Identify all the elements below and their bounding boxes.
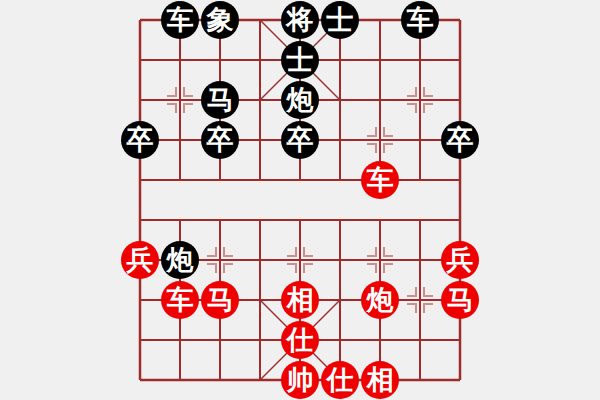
piece-red-general[interactable]: 帅	[281, 361, 319, 399]
piece-black-general[interactable]: 将	[281, 1, 319, 39]
piece-red-soldier[interactable]: 兵	[441, 241, 479, 279]
piece-black-chariot[interactable]: 车	[161, 1, 199, 39]
piece-red-horse[interactable]: 马	[201, 281, 239, 319]
piece-black-chariot[interactable]: 车	[401, 1, 439, 39]
piece-black-advisor[interactable]: 士	[321, 1, 359, 39]
piece-red-horse[interactable]: 马	[441, 281, 479, 319]
piece-red-chariot[interactable]: 车	[161, 281, 199, 319]
piece-red-cannon[interactable]: 炮	[361, 281, 399, 319]
piece-black-elephant[interactable]: 象	[201, 1, 239, 39]
piece-red-elephant[interactable]: 相	[361, 361, 399, 399]
piece-red-elephant[interactable]: 相	[281, 281, 319, 319]
piece-red-advisor[interactable]: 仕	[321, 361, 359, 399]
piece-black-cannon[interactable]: 炮	[281, 81, 319, 119]
xiangqi-board: 车象将士车士马炮卒卒卒卒车兵炮兵车马相炮马仕帅仕相	[0, 0, 600, 400]
piece-black-soldier[interactable]: 卒	[441, 121, 479, 159]
piece-black-soldier[interactable]: 卒	[121, 121, 159, 159]
piece-black-soldier[interactable]: 卒	[201, 121, 239, 159]
piece-black-advisor[interactable]: 士	[281, 41, 319, 79]
piece-red-soldier[interactable]: 兵	[121, 241, 159, 279]
piece-red-chariot[interactable]: 车	[361, 161, 399, 199]
piece-black-cannon[interactable]: 炮	[161, 241, 199, 279]
piece-layer[interactable]: 车象将士车士马炮卒卒卒卒车兵炮兵车马相炮马仕帅仕相	[120, 0, 480, 400]
piece-red-advisor[interactable]: 仕	[281, 321, 319, 359]
piece-black-soldier[interactable]: 卒	[281, 121, 319, 159]
piece-black-horse[interactable]: 马	[201, 81, 239, 119]
